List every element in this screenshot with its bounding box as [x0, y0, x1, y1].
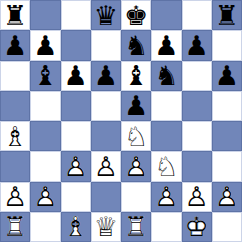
- square-g6[interactable]: [182, 61, 212, 91]
- black-pawn: ♟: [0, 30, 30, 60]
- white-king: ♔: [182, 212, 212, 242]
- square-h7[interactable]: [212, 30, 242, 60]
- black-king: ♚: [121, 0, 151, 30]
- square-b3[interactable]: [30, 151, 60, 181]
- square-a5[interactable]: [0, 91, 30, 121]
- square-d2[interactable]: [91, 182, 121, 212]
- square-f5[interactable]: [151, 91, 181, 121]
- white-pawn: ♙: [30, 182, 60, 212]
- white-queen: ♕: [91, 212, 121, 242]
- square-c8[interactable]: [61, 0, 91, 30]
- square-a2[interactable]: ♟♙: [0, 182, 30, 212]
- square-d3[interactable]: ♟♙: [91, 151, 121, 181]
- square-d4[interactable]: [91, 121, 121, 151]
- white-pawn-fill: ♟: [91, 151, 121, 181]
- square-c3[interactable]: ♟♙: [61, 151, 91, 181]
- square-b5[interactable]: [30, 91, 60, 121]
- white-pawn-fill: ♟: [212, 182, 242, 212]
- square-a4[interactable]: ♝♗: [0, 121, 30, 151]
- white-bishop: ♗: [61, 212, 91, 242]
- square-f6[interactable]: ♞: [151, 61, 181, 91]
- square-f4[interactable]: [151, 121, 181, 151]
- black-knight: ♞: [121, 30, 151, 60]
- white-rook-fill: ♜: [121, 212, 151, 242]
- square-g2[interactable]: ♟♙: [182, 182, 212, 212]
- black-knight: ♞: [151, 61, 181, 91]
- black-queen: ♛: [91, 0, 121, 30]
- square-b2[interactable]: ♟♙: [30, 182, 60, 212]
- white-pawn: ♙: [61, 151, 91, 181]
- square-c7[interactable]: [61, 30, 91, 60]
- square-e8[interactable]: ♚: [121, 0, 151, 30]
- square-c6[interactable]: ♟: [61, 61, 91, 91]
- square-e7[interactable]: ♞: [121, 30, 151, 60]
- black-rook: ♜: [0, 0, 30, 30]
- white-knight: ♘: [151, 151, 181, 181]
- black-bishop: ♝: [121, 61, 151, 91]
- square-h3[interactable]: [212, 151, 242, 181]
- square-d1[interactable]: ♛♕: [91, 212, 121, 242]
- square-d6[interactable]: ♟: [91, 61, 121, 91]
- square-b8[interactable]: [30, 0, 60, 30]
- white-pawn: ♙: [212, 182, 242, 212]
- square-b4[interactable]: [30, 121, 60, 151]
- square-g1[interactable]: ♚♔: [182, 212, 212, 242]
- square-e5[interactable]: ♟: [121, 91, 151, 121]
- white-pawn: ♙: [91, 151, 121, 181]
- square-h8[interactable]: ♜: [212, 0, 242, 30]
- square-a3[interactable]: [0, 151, 30, 181]
- square-f7[interactable]: ♟: [151, 30, 181, 60]
- black-pawn: ♟: [61, 61, 91, 91]
- square-a1[interactable]: ♜♖: [0, 212, 30, 242]
- white-knight-fill: ♞: [151, 151, 181, 181]
- square-a6[interactable]: [0, 61, 30, 91]
- white-pawn: ♙: [121, 151, 151, 181]
- white-knight: ♘: [121, 121, 151, 151]
- white-pawn-fill: ♟: [121, 151, 151, 181]
- white-pawn-fill: ♟: [0, 182, 30, 212]
- square-e1[interactable]: ♜♖: [121, 212, 151, 242]
- white-pawn: ♙: [182, 182, 212, 212]
- square-g5[interactable]: [182, 91, 212, 121]
- square-e4[interactable]: ♞♘: [121, 121, 151, 151]
- black-bishop: ♝: [30, 61, 60, 91]
- chess-board: ♜♛♚♜♟♟♞♟♟♝♟♟♝♞♟♟♝♗♞♘♟♙♟♙♟♙♞♘♟♙♟♙♟♙♟♙♟♙♜♖…: [0, 0, 242, 242]
- black-rook: ♜: [212, 0, 242, 30]
- black-pawn: ♟: [151, 30, 181, 60]
- square-h2[interactable]: ♟♙: [212, 182, 242, 212]
- square-d5[interactable]: [91, 91, 121, 121]
- white-pawn-fill: ♟: [30, 182, 60, 212]
- black-pawn: ♟: [212, 61, 242, 91]
- square-c5[interactable]: [61, 91, 91, 121]
- square-g8[interactable]: [182, 0, 212, 30]
- square-d8[interactable]: ♛: [91, 0, 121, 30]
- square-g7[interactable]: ♟: [182, 30, 212, 60]
- square-h6[interactable]: ♟: [212, 61, 242, 91]
- square-h4[interactable]: [212, 121, 242, 151]
- white-rook: ♖: [121, 212, 151, 242]
- black-pawn: ♟: [182, 30, 212, 60]
- square-c4[interactable]: [61, 121, 91, 151]
- square-e3[interactable]: ♟♙: [121, 151, 151, 181]
- white-pawn-fill: ♟: [182, 182, 212, 212]
- black-pawn: ♟: [30, 30, 60, 60]
- white-pawn-fill: ♟: [151, 182, 181, 212]
- square-g3[interactable]: [182, 151, 212, 181]
- square-h1[interactable]: [212, 212, 242, 242]
- square-f1[interactable]: [151, 212, 181, 242]
- square-e2[interactable]: [121, 182, 151, 212]
- black-pawn: ♟: [91, 61, 121, 91]
- square-f3[interactable]: ♞♘: [151, 151, 181, 181]
- square-f8[interactable]: [151, 0, 181, 30]
- square-g4[interactable]: [182, 121, 212, 151]
- white-pawn: ♙: [0, 182, 30, 212]
- white-bishop-fill: ♝: [0, 121, 30, 151]
- square-b6[interactable]: ♝: [30, 61, 60, 91]
- white-queen-fill: ♛: [91, 212, 121, 242]
- white-rook: ♖: [0, 212, 30, 242]
- square-h5[interactable]: [212, 91, 242, 121]
- white-bishop-fill: ♝: [61, 212, 91, 242]
- white-knight-fill: ♞: [121, 121, 151, 151]
- square-c2[interactable]: [61, 182, 91, 212]
- square-a8[interactable]: ♜: [0, 0, 30, 30]
- square-e6[interactable]: ♝: [121, 61, 151, 91]
- white-pawn-fill: ♟: [61, 151, 91, 181]
- square-a7[interactable]: ♟: [0, 30, 30, 60]
- white-pawn: ♙: [151, 182, 181, 212]
- white-rook-fill: ♜: [0, 212, 30, 242]
- square-b1[interactable]: [30, 212, 60, 242]
- square-f2[interactable]: ♟♙: [151, 182, 181, 212]
- white-bishop: ♗: [0, 121, 30, 151]
- black-pawn: ♟: [121, 91, 151, 121]
- square-d7[interactable]: [91, 30, 121, 60]
- square-b7[interactable]: ♟: [30, 30, 60, 60]
- square-c1[interactable]: ♝♗: [61, 212, 91, 242]
- white-king-fill: ♚: [182, 212, 212, 242]
